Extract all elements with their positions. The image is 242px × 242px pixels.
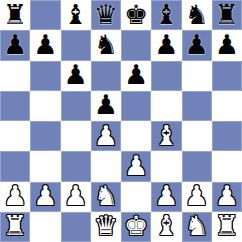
square-f5[interactable] [151,91,181,121]
square-e4[interactable] [121,121,151,151]
square-d1[interactable]: ♛ [91,212,121,242]
square-a5[interactable] [0,91,30,121]
square-a8[interactable]: ♜ [0,0,30,30]
square-a1[interactable]: ♜ [0,212,30,242]
square-h8[interactable]: ♜ [212,0,242,30]
square-b5[interactable] [30,91,60,121]
square-c1[interactable] [61,212,91,242]
white-pawn-piece: ♟ [124,152,148,179]
square-b1[interactable] [30,212,60,242]
square-e6[interactable]: ♟ [121,61,151,91]
white-rook-piece: ♜ [215,212,239,239]
square-h7[interactable]: ♟ [212,30,242,60]
white-king-piece: ♚ [124,212,148,239]
square-d4[interactable]: ♟ [91,121,121,151]
square-e5[interactable] [121,91,151,121]
square-b4[interactable] [30,121,60,151]
square-a3[interactable] [0,151,30,181]
square-c2[interactable]: ♟ [61,182,91,212]
black-queen-piece: ♛ [94,1,118,28]
square-c4[interactable] [61,121,91,151]
square-b7[interactable]: ♟ [30,30,60,60]
square-g1[interactable]: ♞ [182,212,212,242]
square-d8[interactable]: ♛ [91,0,121,30]
white-bishop-piece: ♝ [154,212,178,239]
white-knight-piece: ♞ [94,182,118,209]
black-bishop-piece: ♝ [154,1,178,28]
black-pawn-piece: ♟ [64,61,88,88]
black-bishop-piece: ♝ [64,1,88,28]
square-b2[interactable]: ♟ [30,182,60,212]
black-king-piece: ♚ [124,1,148,28]
square-b3[interactable] [30,151,60,181]
square-b6[interactable] [30,61,60,91]
square-g5[interactable] [182,91,212,121]
black-rook-piece: ♜ [3,1,27,28]
square-d6[interactable] [91,61,121,91]
white-pawn-piece: ♟ [33,182,57,209]
square-f6[interactable] [151,61,181,91]
square-b8[interactable] [30,0,60,30]
white-pawn-piece: ♟ [64,182,88,209]
white-bishop-piece: ♝ [154,122,178,149]
black-pawn-piece: ♟ [185,31,209,58]
square-a4[interactable] [0,121,30,151]
black-pawn-piece: ♟ [3,31,27,58]
white-pawn-piece: ♟ [94,122,118,149]
square-a6[interactable] [0,61,30,91]
black-pawn-piece: ♟ [94,91,118,118]
white-queen-piece: ♛ [94,212,118,239]
square-c3[interactable] [61,151,91,181]
square-f4[interactable]: ♝ [151,121,181,151]
black-knight-piece: ♞ [185,1,209,28]
square-d5[interactable]: ♟ [91,91,121,121]
square-f2[interactable]: ♟ [151,182,181,212]
square-g6[interactable] [182,61,212,91]
square-g8[interactable]: ♞ [182,0,212,30]
square-a2[interactable]: ♟ [0,182,30,212]
black-rook-piece: ♜ [215,1,239,28]
black-pawn-piece: ♟ [154,31,178,58]
square-h3[interactable] [212,151,242,181]
square-d7[interactable]: ♞ [91,30,121,60]
white-pawn-piece: ♟ [154,182,178,209]
black-knight-piece: ♞ [94,31,118,58]
square-f3[interactable] [151,151,181,181]
square-h5[interactable] [212,91,242,121]
square-c7[interactable] [61,30,91,60]
square-f8[interactable]: ♝ [151,0,181,30]
white-pawn-piece: ♟ [185,182,209,209]
square-h4[interactable] [212,121,242,151]
square-g4[interactable] [182,121,212,151]
square-e7[interactable] [121,30,151,60]
square-f7[interactable]: ♟ [151,30,181,60]
square-g2[interactable]: ♟ [182,182,212,212]
square-h2[interactable]: ♟ [212,182,242,212]
white-knight-piece: ♞ [185,212,209,239]
square-h6[interactable] [212,61,242,91]
square-h1[interactable]: ♜ [212,212,242,242]
square-g3[interactable] [182,151,212,181]
black-pawn-piece: ♟ [124,61,148,88]
square-c5[interactable] [61,91,91,121]
square-f1[interactable]: ♝ [151,212,181,242]
square-e3[interactable]: ♟ [121,151,151,181]
square-a7[interactable]: ♟ [0,30,30,60]
black-pawn-piece: ♟ [215,31,239,58]
white-pawn-piece: ♟ [215,182,239,209]
white-pawn-piece: ♟ [3,182,27,209]
square-d3[interactable] [91,151,121,181]
square-c6[interactable]: ♟ [61,61,91,91]
chess-board: ♜♝♛♚♝♞♜♟♟♞♟♟♟♟♟♟♟♝♟♟♟♟♞♟♟♟♜♛♚♝♞♜ [0,0,242,242]
black-pawn-piece: ♟ [33,31,57,58]
square-e8[interactable]: ♚ [121,0,151,30]
square-e2[interactable] [121,182,151,212]
square-c8[interactable]: ♝ [61,0,91,30]
square-e1[interactable]: ♚ [121,212,151,242]
white-rook-piece: ♜ [3,212,27,239]
square-g7[interactable]: ♟ [182,30,212,60]
square-d2[interactable]: ♞ [91,182,121,212]
